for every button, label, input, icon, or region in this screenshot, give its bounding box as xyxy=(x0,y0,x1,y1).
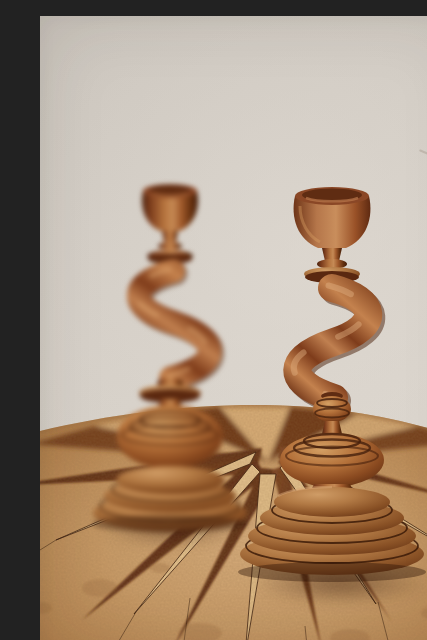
photo-candlesticks-on-table: A pair of antique turned-wood barley twi… xyxy=(40,16,427,640)
right-barley-twist xyxy=(294,286,372,402)
left-cup xyxy=(142,184,198,231)
left-knop-and-bulb xyxy=(117,378,223,476)
left-candlestick xyxy=(88,180,258,538)
right-cup xyxy=(294,187,371,248)
left-stepped-foot xyxy=(92,466,248,533)
right-stepped-foot xyxy=(238,487,426,582)
left-barley-twist xyxy=(136,269,213,381)
right-candlestick xyxy=(238,184,427,584)
